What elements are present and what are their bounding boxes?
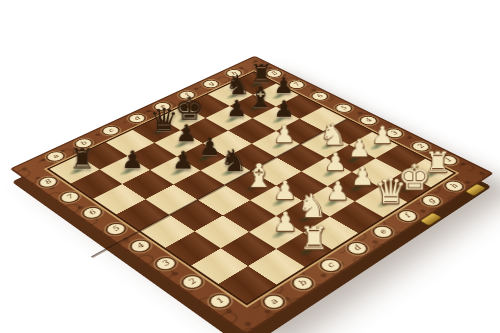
rank-label-medallion-1: 1 [207, 293, 233, 310]
rank-label-medallion-5: 5 [104, 222, 128, 236]
file-label-medallion-a: a [261, 293, 287, 310]
chess-set-photo: ♜♛♚♞♜♟♟♟♝♟♟♟♟♞♟♝♞♟♟♟♟♟♞♟♟♜♛♚♜ aa88bb77cc… [0, 0, 500, 333]
rank-label-medallion-6: 6 [310, 91, 330, 101]
file-label-medallion-h: h [443, 180, 466, 193]
piece-white-queen[interactable]: ♛ [372, 174, 409, 210]
piece-black-pawn[interactable]: ♟ [115, 143, 151, 178]
file-label-medallion-d: d [345, 241, 370, 256]
rank-label-medallion-7: 7 [58, 191, 81, 204]
piece-black-pawn[interactable]: ♟ [165, 143, 201, 178]
piece-black-pawn[interactable]: ♟ [220, 93, 253, 125]
rank-label-medallion-4: 4 [128, 239, 152, 254]
file-label-medallion-e: e [371, 225, 395, 239]
rank-label-medallion-5: 5 [333, 103, 353, 114]
chess-board-grid: ♜♛♚♞♜♟♟♟♝♟♟♟♟♞♟♝♞♟♟♟♟♟♞♟♟♜♛♚♜ [50, 72, 454, 303]
file-label-medallion-d: d [127, 113, 148, 124]
file-label-medallion-c: c [100, 125, 121, 136]
piece-black-rook[interactable]: ♜ [64, 142, 100, 177]
rank-label-medallion-2: 2 [180, 274, 205, 290]
piece-white-rook[interactable]: ♜ [294, 220, 334, 258]
file-label-medallion-c: c [318, 258, 343, 274]
file-label-medallion-b: b [290, 275, 316, 291]
file-label-medallion-f: f [396, 209, 420, 223]
file-label-medallion-g: g [201, 79, 221, 89]
file-label-medallion-g: g [420, 194, 443, 207]
board-perspective-wrapper: ♜♛♚♞♜♟♟♟♝♟♟♟♟♞♟♝♞♟♟♟♟♟♞♟♟♜♛♚♜ aa88bb77cc… [10, 56, 494, 333]
rank-label-medallion-3: 3 [153, 256, 178, 272]
chess-board-frame: ♜♛♚♞♜♟♟♟♝♟♟♟♟♞♟♝♞♟♟♟♟♟♞♟♟♜♛♚♜ aa88bb77cc… [10, 56, 494, 333]
piece-white-pawn[interactable]: ♟ [267, 118, 302, 151]
rank-label-medallion-8: 8 [37, 176, 60, 189]
rank-label-medallion-6: 6 [81, 206, 104, 220]
